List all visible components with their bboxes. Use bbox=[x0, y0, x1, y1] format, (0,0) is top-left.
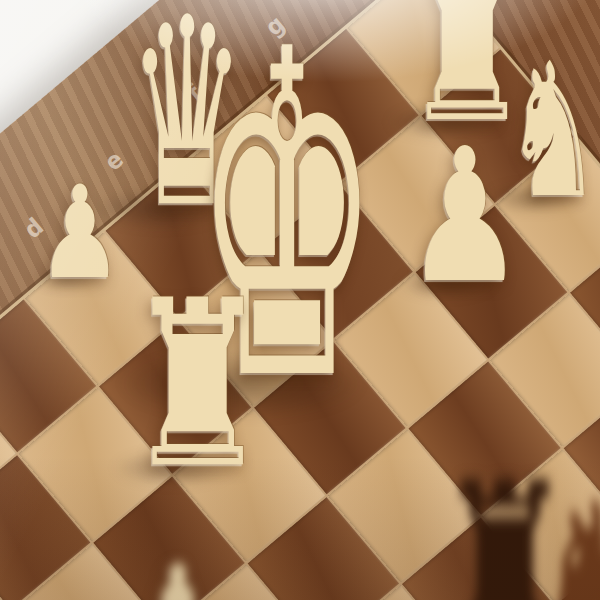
white-pawn-d1[interactable]: ♟ bbox=[38, 169, 123, 297]
white-pawn-g3[interactable]: ♟ bbox=[405, 124, 524, 309]
white-pawn-b4-blurred[interactable]: ♟ bbox=[131, 548, 224, 600]
black-knight-f6-blurred[interactable]: ♞ bbox=[531, 470, 600, 600]
chess-photo-scene: abcdefgh ♜♛♞♟♟♚♜♟♜♞ bbox=[0, 0, 600, 600]
white-rook-d3[interactable]: ♜ bbox=[126, 270, 270, 500]
